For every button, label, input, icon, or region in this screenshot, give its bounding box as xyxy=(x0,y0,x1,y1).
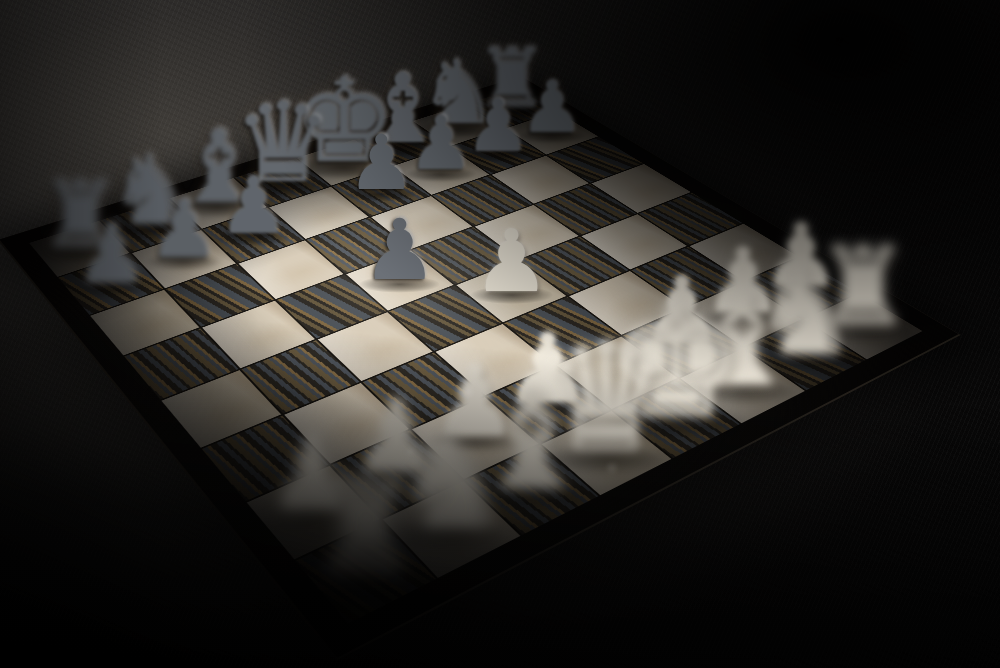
chess-board-frame xyxy=(0,76,961,661)
photo-scene: ♜♞♝♛♚♝♞♜♟♟♟♟♟♟♟♟♟♟♟♟♟♟♟♟♜♞♝♛♚♝♞♜ xyxy=(0,0,1000,668)
chess-board-grid xyxy=(29,88,922,624)
